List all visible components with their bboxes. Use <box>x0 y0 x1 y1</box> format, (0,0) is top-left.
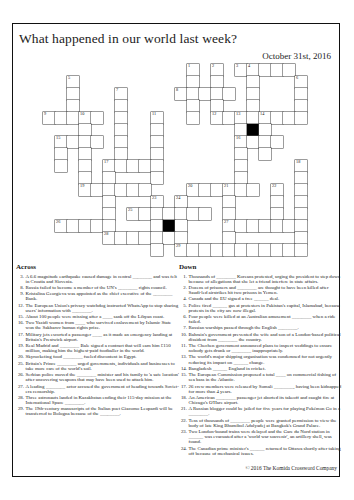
grid-cell[interactable] <box>79 112 91 124</box>
grid-cell[interactable] <box>247 136 259 148</box>
grid-cell[interactable] <box>223 184 235 196</box>
grid-cell[interactable] <box>259 244 271 256</box>
grid-cell[interactable] <box>55 112 67 124</box>
clue-text: Police fired ______ gas at protesters in… <box>189 303 342 313</box>
clue-text: A 6.6 magnitude earthquake caused damage… <box>26 274 179 284</box>
clue-text: Bahrain's government prevented the wife … <box>189 332 342 342</box>
clue-down-1: 1.Thousands of ________ Koreans proteste… <box>178 274 342 284</box>
grid-cell[interactable] <box>259 220 271 232</box>
clue-across-9: 9.Kristalina Georgieva was appointed as … <box>15 291 179 301</box>
grid-cell[interactable] <box>235 220 247 232</box>
grid-cell[interactable] <box>139 232 151 244</box>
clue-down-7: 7.Russian warships passed through the En… <box>178 325 342 330</box>
clue-number: 20. <box>15 354 24 359</box>
grid-cell[interactable] <box>271 184 283 196</box>
clue-down-14: 14.Bangladesh ______ England in cricket. <box>178 366 342 371</box>
grid-cell[interactable] <box>67 136 79 148</box>
grid-cell[interactable] <box>295 88 307 100</box>
grid-cell[interactable] <box>67 88 79 100</box>
grid-cell[interactable] <box>115 88 127 100</box>
clue-down-13: 13.The world's major shipping organisati… <box>178 354 342 364</box>
grid-cell[interactable] <box>295 172 307 184</box>
grid-cell[interactable] <box>259 124 271 136</box>
grid-cell[interactable] <box>103 232 115 244</box>
clue-across-19: 19.Real Madrid and ________ Bale signed … <box>15 343 179 353</box>
grid-cell[interactable] <box>175 244 187 256</box>
clue-text: The Canadian prime minister's ______ ret… <box>189 446 342 456</box>
grid-cell[interactable] <box>151 232 163 244</box>
grid-cell[interactable] <box>247 112 259 124</box>
clue-text: The Chechen government announced plans t… <box>189 343 342 353</box>
grid-cell[interactable] <box>103 208 115 220</box>
grid-cell[interactable] <box>295 196 307 208</box>
grid-cell[interactable] <box>127 184 139 196</box>
crossword-grid: 1234567891011121314151617181920212223242… <box>43 64 308 257</box>
grid-cell[interactable] <box>211 88 223 100</box>
clue-text: Three astronauts landed in Kazakhstan en… <box>26 395 179 405</box>
grid-cell[interactable] <box>283 220 295 232</box>
clue-down-15: 15.The European Commission proposed a to… <box>178 372 342 382</box>
grid-cell[interactable] <box>55 220 67 232</box>
grid-cell[interactable] <box>235 148 247 160</box>
down-clues-section: Down 1.Thousands of ________ Koreans pro… <box>178 263 342 457</box>
grid-cell[interactable] <box>103 220 115 232</box>
grid-cell[interactable] <box>187 184 199 196</box>
grid-cell[interactable] <box>199 244 211 256</box>
clue-down-5: 5.Police fired ______ gas at protesters … <box>178 303 342 313</box>
clue-text: Military jets escorted a passenger ____ … <box>26 332 179 342</box>
clue-number: 25. <box>15 361 24 371</box>
grid-cell[interactable] <box>259 112 271 124</box>
clue-across-26: 26.Serbian police moved the ________ min… <box>15 372 179 382</box>
clue-text: Two London-bound trains were delayed and… <box>189 429 342 444</box>
grid-cell[interactable] <box>235 172 247 184</box>
grid-cell[interactable] <box>211 100 223 112</box>
clue-number: 15. <box>15 314 24 319</box>
grid-cell[interactable] <box>295 232 307 244</box>
clue-text: The European Commission proposed a total… <box>189 372 342 382</box>
grid-cell[interactable] <box>295 160 307 172</box>
clue-text: Skyrocketing food ________ fueled discon… <box>26 354 179 359</box>
clue-number: 11. <box>178 343 187 353</box>
grid-cell[interactable] <box>103 160 115 172</box>
grid-cell[interactable] <box>187 88 199 100</box>
clue-number: 7. <box>178 325 187 330</box>
clue-across-3: 3.A 6.6 magnitude earthquake caused dama… <box>15 274 179 284</box>
grid-cell[interactable] <box>283 112 295 124</box>
clue-across-8: 8.Russia failed to become a member of th… <box>15 285 179 290</box>
grid-cell[interactable] <box>295 76 307 88</box>
grid-cell[interactable] <box>103 184 115 196</box>
clue-text: Real Madrid and ________ Bale signed a c… <box>26 343 179 353</box>
grid-cell[interactable] <box>175 232 187 244</box>
grid-cell[interactable] <box>79 184 91 196</box>
grid-cell[interactable] <box>247 88 259 100</box>
grid-cell[interactable] <box>271 208 283 220</box>
grid-cell[interactable] <box>283 244 295 256</box>
clue-number: 22. <box>178 418 187 428</box>
clue-text: The European Union's privacy watchdog in… <box>26 303 179 313</box>
grid-cell[interactable] <box>55 160 67 172</box>
grid-cell[interactable] <box>235 136 247 148</box>
grid-cell[interactable] <box>115 148 127 160</box>
grid-cell[interactable] <box>79 220 91 232</box>
grid-cell[interactable] <box>271 244 283 256</box>
clue-number: 6. <box>178 314 187 324</box>
across-heading: Across <box>16 263 179 271</box>
page-date: October 31st, 2016 <box>262 51 331 61</box>
clue-number: 24. <box>178 446 187 456</box>
clue-across-25: 25.Britain's Prince ________ urged gover… <box>15 361 179 371</box>
grid-cell[interactable] <box>187 64 199 76</box>
grid-cell[interactable] <box>235 184 247 196</box>
clue-text: A leading ________ actor accused the gov… <box>26 384 179 394</box>
grid-cell[interactable] <box>271 196 283 208</box>
grid-cell[interactable] <box>271 220 283 232</box>
grid-cell[interactable] <box>103 172 115 184</box>
clue-number: 23. <box>178 429 187 444</box>
clue-text: Dozens of prisoners and ________ are tho… <box>189 285 342 295</box>
clue-number: 12. <box>15 303 24 313</box>
grid-cell[interactable] <box>187 244 199 256</box>
grid-cell[interactable] <box>211 76 223 88</box>
grid-cell[interactable] <box>247 76 259 88</box>
clue-number: 4. <box>178 296 187 301</box>
grid-cell[interactable] <box>283 64 295 76</box>
clue-down-17: 17.26 crew members were released by Soma… <box>178 384 342 394</box>
across-clues-section: Across 3.A 6.6 magnitude earthquake caus… <box>15 263 179 418</box>
grid-cell[interactable] <box>79 160 91 172</box>
clue-number: 1. <box>178 274 187 284</box>
grid-cell[interactable] <box>247 220 259 232</box>
grid-cell[interactable] <box>115 100 127 112</box>
grid-cell[interactable] <box>187 76 199 88</box>
grid-cell[interactable] <box>271 136 283 148</box>
clue-number: 21. <box>178 406 187 416</box>
grid-cell[interactable] <box>223 88 235 100</box>
down-heading: Down <box>179 263 342 271</box>
clue-across-15: 15.About 100 people were missing after a… <box>15 314 179 319</box>
clue-down-10: 10.Bahrain's government prevented the wi… <box>178 332 342 342</box>
grid-cell[interactable] <box>235 64 247 76</box>
grid-cell[interactable] <box>151 148 163 160</box>
grid-cell[interactable] <box>259 136 271 148</box>
grid-cell[interactable] <box>115 124 127 136</box>
clue-number: 27. <box>15 384 24 394</box>
clue-number: 28. <box>15 395 24 405</box>
clue-down-4: 4.Canada and the EU signed a free ______… <box>178 296 342 301</box>
grid-cell[interactable] <box>175 196 187 208</box>
grid-cell[interactable] <box>43 112 55 124</box>
clue-number: 18. <box>178 395 187 405</box>
clue-number: 10. <box>178 332 187 342</box>
grid-cell[interactable] <box>235 112 247 124</box>
grid-cell[interactable] <box>175 88 187 100</box>
grid-cell[interactable] <box>151 208 163 220</box>
grid-cell[interactable] <box>115 232 127 244</box>
clue-number: 9. <box>15 291 24 301</box>
clue-across-28: 28.Three astronauts landed in Kazakhstan… <box>15 395 179 405</box>
clue-text: Thousands of ________ Koreans protested,… <box>189 274 342 284</box>
clue-number: 14. <box>178 366 187 371</box>
clue-text: Serbian police moved the ________ minist… <box>26 372 179 382</box>
grid-cell[interactable] <box>259 148 271 160</box>
clue-number: 17. <box>178 384 187 394</box>
grid-cell[interactable] <box>91 220 103 232</box>
clue-number: 15. <box>178 372 187 382</box>
grid-cell[interactable] <box>67 220 79 232</box>
grid-cell[interactable] <box>151 136 163 148</box>
grid-cell[interactable] <box>91 184 103 196</box>
clue-number: 17. <box>15 332 24 342</box>
grid-cell[interactable] <box>115 160 127 172</box>
grid-cell[interactable] <box>223 208 235 220</box>
across-clue-list: 3.A 6.6 magnitude earthquake caused dama… <box>15 274 179 417</box>
grid-cell[interactable] <box>247 64 259 76</box>
clue-text: The 19th-century manuscripts of the Ital… <box>26 406 179 416</box>
grid-cell[interactable] <box>91 112 103 124</box>
clue-down-2: 2.Dozens of prisoners and ________ are t… <box>178 285 342 295</box>
clue-text: Russia failed to become a member of the … <box>26 285 179 290</box>
grid-cell[interactable] <box>103 196 115 208</box>
grid-cell[interactable] <box>223 244 235 256</box>
grid-cell[interactable] <box>295 208 307 220</box>
grid-cell[interactable] <box>247 184 259 196</box>
grid-cell[interactable] <box>175 220 187 232</box>
grid-cell[interactable] <box>295 100 307 112</box>
grid-cell[interactable] <box>223 232 235 244</box>
grid-cell[interactable] <box>115 136 127 148</box>
grid-cell[interactable] <box>247 244 259 256</box>
clue-number: 3. <box>15 274 24 284</box>
grid-cell[interactable] <box>295 220 307 232</box>
clue-across-16: 16.Two Yazidi women from ____ who surviv… <box>15 320 179 330</box>
clue-text: Tens of thousands of ________ people wer… <box>189 418 342 428</box>
grid-cell[interactable] <box>199 184 211 196</box>
grid-cell[interactable] <box>151 172 163 184</box>
grid-cell[interactable] <box>151 244 163 256</box>
grid-cell[interactable] <box>223 196 235 208</box>
grid-cell[interactable] <box>151 220 163 232</box>
grid-cell[interactable] <box>223 112 235 124</box>
grid-cell[interactable] <box>127 160 139 172</box>
grid-cell[interactable] <box>295 244 307 256</box>
grid-cell[interactable] <box>55 148 67 160</box>
grid-cell[interactable] <box>151 112 163 124</box>
clue-text: A Russian blogger could be jailed for fi… <box>189 406 342 416</box>
clue-number: 8. <box>15 285 24 290</box>
grid-cell[interactable] <box>247 100 259 112</box>
grid-cell[interactable] <box>139 160 151 172</box>
grid-cell[interactable] <box>235 244 247 256</box>
black-cell <box>163 220 175 232</box>
clue-down-24: 24.The Canadian prime minister's ______ … <box>178 446 342 456</box>
grid-cell[interactable] <box>115 112 127 124</box>
grid-cell[interactable] <box>79 136 91 148</box>
grid-cell[interactable] <box>211 244 223 256</box>
grid-cell[interactable] <box>79 124 91 136</box>
clue-number: 26. <box>15 372 24 382</box>
grid-cell[interactable] <box>187 112 199 124</box>
clue-number: 5. <box>178 303 187 313</box>
clue-text: Kristalina Georgieva was appointed as th… <box>26 291 179 301</box>
grid-cell[interactable] <box>91 136 103 148</box>
grid-cell[interactable] <box>295 112 307 124</box>
grid-cell[interactable] <box>295 184 307 196</box>
clue-text: An American ________ passenger jet abort… <box>189 395 342 405</box>
clue-text: Two Yazidi women from ____ who survived … <box>26 320 179 330</box>
clue-text: The world's major shipping organisation … <box>189 354 342 364</box>
clue-down-6: 6.Four people were killed at an Australi… <box>178 314 342 324</box>
footer-copyright: © 2016 The Komida Crossword Company <box>245 465 337 471</box>
black-cell <box>247 124 259 136</box>
clue-across-20: 20.Skyrocketing food ________ fueled dis… <box>15 354 179 359</box>
grid-cell[interactable] <box>223 220 235 232</box>
grid-cell[interactable] <box>67 112 79 124</box>
clue-text: Britain's Prince ________ urged governme… <box>26 361 179 371</box>
grid-cell[interactable] <box>199 208 211 220</box>
clue-down-23: 23.Two London-bound trains were delayed … <box>178 429 342 444</box>
clue-text: Russian warships passed through the Engl… <box>189 325 342 330</box>
clue-down-11: 11.The Chechen government announced plan… <box>178 343 342 353</box>
grid-cell[interactable] <box>127 208 139 220</box>
grid-cell[interactable] <box>55 136 67 148</box>
grid-cell[interactable] <box>211 64 223 76</box>
grid-cell[interactable] <box>211 112 223 124</box>
grid-cell[interactable] <box>211 184 223 196</box>
clue-across-12: 12.The European Union's privacy watchdog… <box>15 303 179 313</box>
down-clue-list: 1.Thousands of ________ Koreans proteste… <box>178 274 342 457</box>
grid-cell[interactable] <box>187 100 199 112</box>
grid-cell[interactable] <box>235 160 247 172</box>
grid-cell[interactable] <box>139 208 151 220</box>
grid-cell[interactable] <box>151 160 163 172</box>
clue-down-18: 18.An American ________ passenger jet ab… <box>178 395 342 405</box>
grid-cell[interactable] <box>127 232 139 244</box>
grid-cell[interactable] <box>151 196 163 208</box>
page-title: What happened in our world last week? <box>19 31 237 47</box>
clue-number: 2. <box>178 285 187 295</box>
clue-text: Bangladesh ______ England in cricket. <box>189 366 342 371</box>
grid-cell[interactable] <box>259 64 271 76</box>
grid-cell[interactable] <box>139 184 151 196</box>
clue-across-27: 27.A leading ________ actor accused the … <box>15 384 179 394</box>
clue-across-17: 17.Military jets escorted a passenger __… <box>15 332 179 342</box>
clue-text: 26 crew members were released by Somali … <box>189 384 342 394</box>
grid-cell[interactable] <box>271 64 283 76</box>
grid-cell[interactable] <box>163 208 175 220</box>
clue-text: Four people were killed at an Australian… <box>189 314 342 324</box>
grid-cell[interactable] <box>151 124 163 136</box>
clue-down-21: 21.A Russian blogger could be jailed for… <box>178 406 342 416</box>
grid-cell[interactable] <box>67 76 79 88</box>
clue-number: 13. <box>178 354 187 364</box>
clue-number: 16. <box>15 320 24 330</box>
clue-number: 19. <box>15 343 24 353</box>
grid-cell[interactable] <box>67 100 79 112</box>
grid-cell[interactable] <box>199 88 211 100</box>
grid-cell[interactable] <box>235 124 247 136</box>
grid-cell[interactable] <box>187 208 199 220</box>
clue-number: 29. <box>15 406 24 416</box>
clue-text: About 100 people were missing after a __… <box>26 314 179 319</box>
grid-cell[interactable] <box>79 172 91 184</box>
grid-cell[interactable] <box>79 148 91 160</box>
grid-cell[interactable] <box>271 112 283 124</box>
clue-text: Canada and the EU signed a free ______ d… <box>189 296 342 301</box>
grid-cell[interactable] <box>115 184 127 196</box>
clue-across-29: 29.The 19th-century manuscripts of the I… <box>15 406 179 416</box>
clue-down-22: 22.Tens of thousands of ________ people … <box>178 418 342 428</box>
grid-cell[interactable] <box>175 208 187 220</box>
grid-cell[interactable] <box>163 232 175 244</box>
